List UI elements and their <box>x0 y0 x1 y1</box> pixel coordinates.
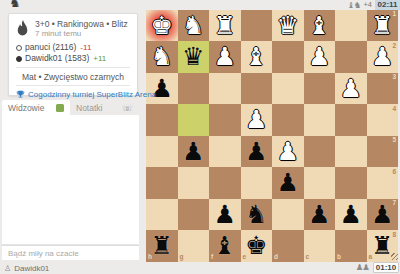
square-a6[interactable]: 6 <box>367 167 399 199</box>
square-d4[interactable] <box>272 104 304 136</box>
file-label-g: g <box>180 254 184 261</box>
site-logo-knight-icon[interactable]: ♞ <box>9 0 21 10</box>
captured-pieces-black: ♟♟ <box>356 263 369 272</box>
players-list: panuci (2116) -11 Dawidk01 (1583) +11 <box>16 42 130 64</box>
square-b7[interactable]: ♟ <box>335 199 367 231</box>
black-pawn-piece: ♟ <box>146 73 178 105</box>
white-rook-piece: ♜ <box>209 10 241 42</box>
square-h5[interactable] <box>146 136 178 168</box>
square-c6[interactable] <box>304 167 336 199</box>
square-c3[interactable] <box>304 73 336 105</box>
white-bishop-piece: ♝ <box>241 41 273 73</box>
rank-label-7: 7 <box>392 200 396 207</box>
tab-notes[interactable]: Notatki ☏ <box>70 100 139 115</box>
square-h8[interactable]: ♜h <box>146 230 178 262</box>
black-queen-piece: ♛ <box>178 41 210 73</box>
file-label-f: f <box>211 254 213 261</box>
square-a7[interactable]: ♟7 <box>367 199 399 231</box>
square-a4[interactable]: 4 <box>367 104 399 136</box>
chat-tabs: Widzowie Notatki ☏ <box>2 100 139 115</box>
square-g5[interactable]: ♟ <box>178 136 210 168</box>
phone-icon: ☏ <box>122 103 133 113</box>
square-d2[interactable] <box>272 41 304 73</box>
square-h2[interactable]: ♞ <box>146 41 178 73</box>
board-resize-handle[interactable] <box>391 253 398 260</box>
square-b4[interactable] <box>335 104 367 136</box>
rank-label-8: 8 <box>392 232 396 239</box>
clock-white: 02:11 <box>375 0 400 10</box>
square-b6[interactable] <box>335 167 367 199</box>
white-pawn-piece: ♟ <box>272 136 304 168</box>
black-pawn-piece: ♟ <box>335 199 367 231</box>
player-white-row[interactable]: panuci (2116) -11 <box>16 42 130 53</box>
black-pawn-piece: ♟ <box>272 167 304 199</box>
white-knight-piece: ♞ <box>146 41 178 73</box>
black-knight-piece: ♞ <box>241 199 273 231</box>
square-e3[interactable] <box>241 73 273 105</box>
square-f2[interactable]: ♟ <box>209 41 241 73</box>
square-d1[interactable]: ♛ <box>272 10 304 42</box>
square-a5[interactable]: 5 <box>367 136 399 168</box>
material-advantage: +4 <box>363 0 372 9</box>
square-c4[interactable] <box>304 104 336 136</box>
square-a2[interactable]: ♟2 <box>367 41 399 73</box>
square-f4[interactable] <box>209 104 241 136</box>
material-row-white: ♝♞ +4 02:11 <box>347 0 400 10</box>
square-g3[interactable] <box>178 73 210 105</box>
square-a3[interactable]: 3 <box>367 73 399 105</box>
square-f3[interactable] <box>209 73 241 105</box>
file-label-h: h <box>148 254 152 261</box>
black-bishop-piece: ♝ <box>209 230 241 262</box>
square-e7[interactable]: ♞ <box>241 199 273 231</box>
square-d5[interactable]: ♟ <box>272 136 304 168</box>
rank-label-1: 1 <box>392 11 396 18</box>
chat-toggle[interactable] <box>56 104 64 112</box>
square-b3[interactable]: ♟ <box>335 73 367 105</box>
white-pawn-piece: ♟ <box>335 73 367 105</box>
rank-label-3: 3 <box>392 74 396 81</box>
square-h3[interactable]: ♟ <box>146 73 178 105</box>
game-time-ago: 7 minut temu <box>35 29 128 38</box>
square-c1[interactable]: ♝ <box>304 10 336 42</box>
chess-board[interactable]: ♚♞♜♛♝♜1♞♛♟♝♟♟2♟♟3♟4♟♟♟5♟6♟♞♟♟♟7♜hg♝f♚edc… <box>146 10 398 262</box>
square-g2[interactable]: ♛ <box>178 41 210 73</box>
square-e2[interactable]: ♝ <box>241 41 273 73</box>
black-pawn-piece: ♟ <box>209 199 241 231</box>
rank-label-2: 2 <box>392 43 396 50</box>
square-d8[interactable]: d <box>272 230 304 262</box>
file-label-a: a <box>369 254 373 261</box>
square-e1[interactable] <box>241 10 273 42</box>
user-pawn-icon: ♙ <box>4 264 11 273</box>
square-e8[interactable]: ♚e <box>241 230 273 262</box>
game-info-header: 3+0 • Rankingowa • Blitz 7 minut temu <box>16 19 130 38</box>
white-pawn-piece: ♟ <box>241 104 273 136</box>
square-c5[interactable] <box>304 136 336 168</box>
player-black-row[interactable]: Dawidk01 (1583) +11 <box>16 53 130 64</box>
black-rating-diff: +11 <box>93 53 106 64</box>
tournament-label: Cogodzinny turniej SuperBlitz Arena <box>28 90 156 99</box>
game-mode: 3+0 • Rankingowa • Blitz <box>35 19 128 29</box>
square-b1[interactable] <box>335 10 367 42</box>
square-c7[interactable]: ♟ <box>304 199 336 231</box>
player-black-name: Dawidk01 (1583) <box>25 53 89 64</box>
square-a1[interactable]: ♜1 <box>367 10 399 42</box>
square-f6[interactable] <box>209 167 241 199</box>
file-label-e: e <box>243 254 247 261</box>
square-e4[interactable]: ♟ <box>241 104 273 136</box>
square-e6[interactable] <box>241 167 273 199</box>
blitz-flame-icon <box>16 20 29 37</box>
square-f1[interactable]: ♜ <box>209 10 241 42</box>
square-h6[interactable] <box>146 167 178 199</box>
captured-pieces-white: ♝♞ <box>347 1 360 10</box>
chat-input[interactable] <box>2 245 139 260</box>
square-d6[interactable]: ♟ <box>272 167 304 199</box>
square-g8[interactable]: g <box>178 230 210 262</box>
file-label-b: b <box>337 254 341 261</box>
game-info-box: 3+0 • Rankingowa • Blitz 7 minut temu pa… <box>8 13 138 96</box>
white-pawn-piece: ♟ <box>304 41 336 73</box>
tab-spectators-label: Widzowie <box>8 103 44 113</box>
white-pawn-piece: ♟ <box>209 41 241 73</box>
file-label-d: d <box>274 254 278 261</box>
white-rating-diff: -11 <box>80 42 91 53</box>
square-c2[interactable]: ♟ <box>304 41 336 73</box>
square-h7[interactable] <box>146 199 178 231</box>
black-pawn-piece: ♟ <box>241 136 273 168</box>
file-label-c: c <box>306 254 310 261</box>
rank-label-6: 6 <box>392 169 396 176</box>
white-bishop-piece: ♝ <box>304 10 336 42</box>
trophy-icon <box>16 90 25 99</box>
square-c8[interactable]: c <box>304 230 336 262</box>
chat-messages <box>2 115 139 245</box>
white-king-piece: ♚ <box>146 10 178 42</box>
white-knight-piece: ♞ <box>178 10 210 42</box>
square-e5[interactable]: ♟ <box>241 136 273 168</box>
black-color-icon <box>16 56 22 62</box>
square-h4[interactable] <box>146 104 178 136</box>
player-white-name: panuci (2116) <box>25 42 76 53</box>
rank-label-5: 5 <box>392 137 396 144</box>
tournament-link[interactable]: Cogodzinny turniej SuperBlitz Arena <box>16 85 130 99</box>
black-pawn-piece: ♟ <box>178 136 210 168</box>
tab-spectators[interactable]: Widzowie <box>2 100 70 115</box>
square-d7[interactable] <box>272 199 304 231</box>
square-b2[interactable] <box>335 41 367 73</box>
material-row-black: ♟♟ 01:10 <box>356 262 399 273</box>
game-result: Mat • Zwycięstwo czarnych <box>16 67 130 82</box>
white-queen-piece: ♛ <box>272 10 304 42</box>
square-f8[interactable]: ♝f <box>209 230 241 262</box>
square-g4[interactable] <box>178 104 210 136</box>
square-f5[interactable] <box>209 136 241 168</box>
tab-notes-label: Notatki <box>76 103 102 113</box>
white-color-icon <box>16 45 22 51</box>
rank-label-4: 4 <box>392 106 396 113</box>
square-b5[interactable] <box>335 136 367 168</box>
square-h1[interactable]: ♚ <box>146 10 178 42</box>
square-b8[interactable]: b <box>335 230 367 262</box>
clock-black: 01:10 <box>373 262 399 273</box>
watchers-row[interactable]: ♙ Dawidk01 <box>4 264 49 273</box>
lichess-game-page: { "game": "chess", "position": "r3kb1r/p… <box>0 0 400 274</box>
black-pawn-piece: ♟ <box>304 199 336 231</box>
square-g6[interactable] <box>178 167 210 199</box>
square-g7[interactable] <box>178 199 210 231</box>
square-g1[interactable]: ♞ <box>178 10 210 42</box>
square-f7[interactable]: ♟ <box>209 199 241 231</box>
watcher-name: Dawidk01 <box>14 264 49 273</box>
square-d3[interactable] <box>272 73 304 105</box>
